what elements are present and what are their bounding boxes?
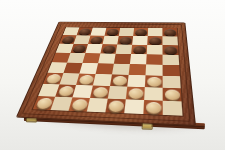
square-r3c5[interactable] — [116, 44, 133, 54]
dark-piece[interactable]: ⛂ — [149, 37, 161, 44]
square-r7c6[interactable]: ⛀ — [126, 87, 145, 100]
square-r7c7[interactable] — [144, 87, 163, 101]
square-r6c8[interactable] — [163, 76, 181, 89]
square-r2c8[interactable] — [162, 36, 177, 45]
light-piece[interactable]: ⛀ — [78, 75, 94, 85]
dark-piece[interactable]: ⛂ — [72, 45, 86, 53]
board-scene: ⛂⛂⛂⛂⛂⛂⛂⛂⛂⛂⛂⛂⛀⛀⛀⛀⛀⛀⛀⛀⛀⛀⛀⛀ — [16, 22, 196, 126]
dark-piece[interactable]: ⛂ — [133, 46, 146, 54]
dark-piece[interactable]: ⛂ — [135, 29, 147, 36]
checkers-board: ⛂⛂⛂⛂⛂⛂⛂⛂⛂⛂⛂⛂⛀⛀⛀⛀⛀⛀⛀⛀⛀⛀⛀⛀ — [16, 22, 196, 126]
square-r7c5[interactable] — [108, 86, 128, 99]
square-r3c6[interactable]: ⛂ — [131, 45, 147, 55]
square-r8c5[interactable]: ⛀ — [105, 99, 125, 114]
square-r5c8[interactable] — [163, 65, 180, 76]
light-piece[interactable]: ⛀ — [107, 100, 124, 112]
square-r1c8[interactable]: ⛂ — [162, 28, 177, 36]
product-photo-background: ⛂⛂⛂⛂⛂⛂⛂⛂⛂⛂⛂⛂⛀⛀⛀⛀⛀⛀⛀⛀⛀⛀⛀⛀ — [0, 0, 225, 150]
square-r8c8[interactable] — [163, 101, 183, 116]
light-piece[interactable]: ⛀ — [112, 76, 127, 86]
square-r1c7[interactable] — [148, 28, 163, 36]
square-r6c5[interactable]: ⛀ — [110, 74, 129, 86]
light-piece[interactable]: ⛀ — [164, 89, 179, 100]
light-piece[interactable]: ⛀ — [147, 76, 161, 86]
square-r4c6[interactable] — [130, 54, 147, 64]
dark-piece[interactable]: ⛂ — [102, 45, 116, 53]
square-r5c7[interactable] — [146, 64, 163, 75]
dark-piece[interactable]: ⛂ — [164, 46, 177, 54]
square-r1c6[interactable]: ⛂ — [133, 28, 148, 36]
square-r4c8[interactable] — [163, 55, 180, 66]
square-r8c6[interactable] — [124, 99, 144, 114]
square-r3c8[interactable]: ⛂ — [162, 45, 178, 55]
dark-piece[interactable]: ⛂ — [164, 29, 176, 36]
square-r2c6[interactable] — [132, 36, 148, 45]
square-r3c7[interactable] — [147, 45, 163, 55]
square-r5c5[interactable] — [112, 64, 130, 75]
square-r2c7[interactable]: ⛂ — [147, 36, 162, 45]
square-r2c5[interactable]: ⛂ — [117, 36, 133, 45]
dark-piece[interactable]: ⛂ — [119, 37, 132, 44]
square-r7c8[interactable]: ⛀ — [163, 88, 182, 102]
light-piece[interactable]: ⛀ — [92, 87, 108, 98]
square-r6c6[interactable] — [127, 75, 145, 87]
square-r6c7[interactable]: ⛀ — [145, 75, 163, 87]
square-r4c7[interactable] — [146, 54, 162, 64]
dark-piece[interactable]: ⛂ — [106, 28, 119, 35]
square-r8c7[interactable]: ⛀ — [143, 100, 162, 115]
board-grid: ⛂⛂⛂⛂⛂⛂⛂⛂⛂⛂⛂⛂⛀⛀⛀⛀⛀⛀⛀⛀⛀⛀⛀⛀ — [33, 27, 183, 115]
light-piece[interactable]: ⛀ — [71, 99, 88, 111]
square-r4c5[interactable] — [114, 54, 131, 64]
light-piece[interactable]: ⛀ — [145, 101, 161, 113]
dark-piece[interactable]: ⛂ — [90, 36, 103, 43]
dark-piece[interactable]: ⛂ — [61, 36, 75, 43]
square-r1c5[interactable] — [119, 28, 134, 36]
light-piece[interactable]: ⛀ — [128, 88, 143, 99]
square-r5c6[interactable] — [129, 64, 146, 75]
light-piece[interactable]: ⛀ — [57, 86, 74, 96]
dark-piece[interactable]: ⛂ — [78, 28, 91, 35]
